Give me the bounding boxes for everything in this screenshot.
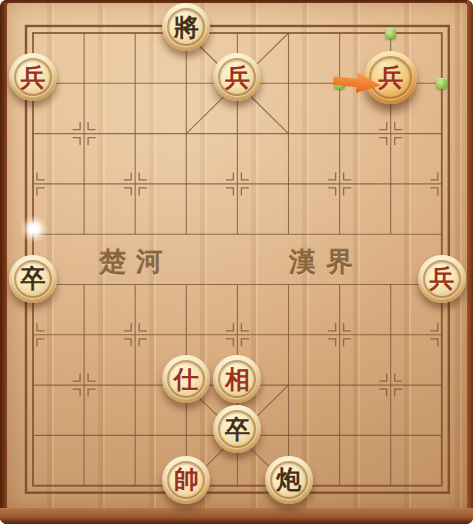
move-hint-dot[interactable] (436, 78, 447, 89)
piece-character: 仕 (174, 367, 199, 392)
piece-character: 帥 (174, 467, 199, 492)
xiangqi-board: 楚河 漢界 將兵兵兵卒兵仕相卒帥炮 (0, 0, 473, 524)
piece-character: 將 (174, 15, 199, 40)
move-hint-dot[interactable] (385, 28, 396, 39)
piece-red-soldier-a[interactable]: 兵 (9, 53, 57, 101)
piece-character: 兵 (378, 65, 403, 90)
river-label-han-jie: 漢界 (289, 244, 363, 280)
piece-character: 卒 (21, 266, 46, 291)
piece-black-cannon[interactable]: 炮 (265, 456, 313, 504)
piece-red-soldier-d[interactable]: 兵 (418, 255, 466, 303)
piece-character: 兵 (21, 65, 46, 90)
piece-black-soldier-a[interactable]: 卒 (9, 255, 57, 303)
piece-character: 卒 (225, 417, 250, 442)
piece-red-general[interactable]: 帥 (162, 456, 210, 504)
piece-character: 兵 (225, 65, 250, 90)
piece-character: 相 (225, 367, 250, 392)
piece-red-soldier-c[interactable]: 兵 (364, 51, 417, 104)
piece-character: 兵 (429, 266, 454, 291)
piece-character: 炮 (276, 467, 301, 492)
piece-black-general[interactable]: 將 (162, 3, 210, 51)
river-label-chu-he: 楚河 (99, 244, 173, 280)
